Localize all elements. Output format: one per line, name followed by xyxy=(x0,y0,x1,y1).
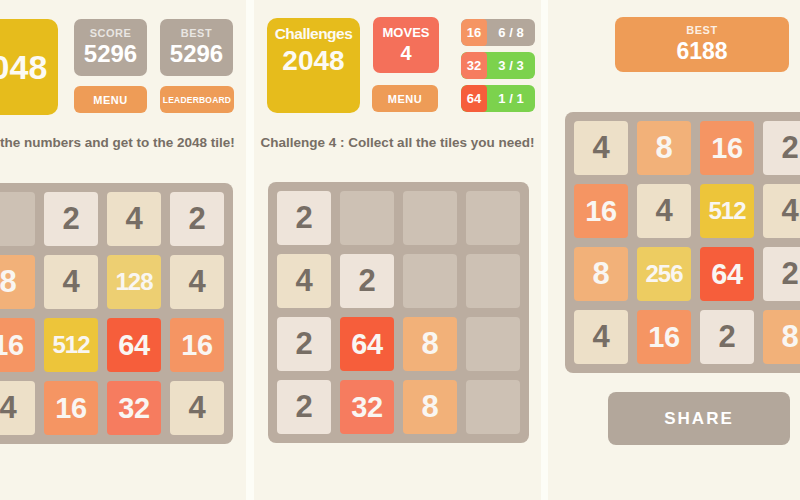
tile-64: 64 xyxy=(700,247,754,301)
challenge-tile-chip-16: 16 xyxy=(461,19,487,46)
logo-challenges-tile: Challenges 2048 xyxy=(267,18,360,113)
challenge-progress-16: 6 / 8 xyxy=(487,25,535,40)
tile-4: 4 xyxy=(574,121,628,175)
tile-128: 128 xyxy=(107,255,161,309)
tile-32: 32 xyxy=(340,380,394,434)
tile-4: 4 xyxy=(763,184,800,238)
challenge-tile-chip-32: 32 xyxy=(461,52,487,79)
score-label: SCORE xyxy=(90,27,132,39)
empty-cell xyxy=(340,191,394,245)
tile-8: 8 xyxy=(637,121,691,175)
tile-4: 4 xyxy=(107,192,161,246)
empty-cell xyxy=(403,254,457,308)
score-box: SCORE 5296 xyxy=(74,19,147,76)
panel-classic-game: 2048 SCORE 5296 BEST 5296 MENU LEADERBOA… xyxy=(0,0,246,500)
tile-4: 4 xyxy=(170,381,224,435)
empty-cell xyxy=(466,380,520,434)
best-value: 5296 xyxy=(170,40,223,68)
tile-2: 2 xyxy=(44,192,98,246)
empty-cell xyxy=(466,191,520,245)
tile-16: 16 xyxy=(574,184,628,238)
challenge-tile-chip-64: 64 xyxy=(461,85,487,112)
tile-256: 256 xyxy=(637,247,691,301)
menu-button[interactable]: MENU xyxy=(74,86,147,113)
logo-2048-tile: 2048 xyxy=(0,19,58,115)
tile-16: 16 xyxy=(44,381,98,435)
moves-label: MOVES xyxy=(383,25,430,40)
challenges-logo-value: 2048 xyxy=(282,45,344,77)
tile-4: 4 xyxy=(44,255,98,309)
tile-8: 8 xyxy=(0,255,35,309)
tile-4: 4 xyxy=(0,381,35,435)
tile-512: 512 xyxy=(700,184,754,238)
tile-2: 2 xyxy=(763,247,800,301)
best-label: BEST xyxy=(686,24,717,36)
share-button[interactable]: SHARE xyxy=(608,392,790,445)
challenge-badge-16: 16 6 / 8 xyxy=(461,19,535,46)
board-challenges[interactable]: 24226482328 xyxy=(268,182,529,443)
tile-64: 64 xyxy=(107,318,161,372)
challenge-badge-32: 32 3 / 3 xyxy=(461,52,535,79)
tile-16: 16 xyxy=(170,318,224,372)
menu-button[interactable]: MENU xyxy=(372,85,438,112)
tile-16: 16 xyxy=(700,121,754,175)
empty-cell xyxy=(466,254,520,308)
moves-value: 4 xyxy=(400,42,411,65)
best-box: BEST 5296 xyxy=(160,19,233,76)
tile-16: 16 xyxy=(637,310,691,364)
panel-challenges-game: Challenges 2048 MOVES 4 MENU 16 6 / 8 32… xyxy=(254,0,541,500)
tile-16: 16 xyxy=(0,318,35,372)
empty-cell xyxy=(0,192,35,246)
tile-8: 8 xyxy=(403,317,457,371)
tile-2: 2 xyxy=(277,380,331,434)
logo-text: 2048 xyxy=(0,48,47,87)
tile-2: 2 xyxy=(277,191,331,245)
tile-4: 4 xyxy=(574,310,628,364)
tile-64: 64 xyxy=(340,317,394,371)
tile-8: 8 xyxy=(763,310,800,364)
best-label: BEST xyxy=(181,27,212,39)
game-subtitle: the numbers and get to the 2048 tile! xyxy=(0,135,235,150)
board-classic[interactable]: 242841284165126416416324 xyxy=(0,183,233,444)
tile-2: 2 xyxy=(340,254,394,308)
challenge-progress-32: 3 / 3 xyxy=(487,58,535,73)
challenge-progress-64: 1 / 1 xyxy=(487,91,535,106)
board-best[interactable]: 481621645124825664241628 xyxy=(565,112,800,373)
tile-8: 8 xyxy=(574,247,628,301)
tile-4: 4 xyxy=(277,254,331,308)
tile-8: 8 xyxy=(403,380,457,434)
challenges-logo-title: Challenges xyxy=(275,25,353,43)
leaderboard-button[interactable]: LEADERBOARD xyxy=(160,86,234,113)
score-value: 5296 xyxy=(84,40,137,68)
tile-2: 2 xyxy=(700,310,754,364)
empty-cell xyxy=(403,191,457,245)
moves-box: MOVES 4 xyxy=(373,17,439,73)
empty-cell xyxy=(466,317,520,371)
tile-2: 2 xyxy=(763,121,800,175)
challenge-subtitle: Challenge 4 : Collect all the tiles you … xyxy=(254,135,541,150)
tile-32: 32 xyxy=(107,381,161,435)
tile-4: 4 xyxy=(170,255,224,309)
best-value: 6188 xyxy=(676,38,727,65)
challenge-badge-64: 64 1 / 1 xyxy=(461,85,535,112)
tile-2: 2 xyxy=(170,192,224,246)
tile-4: 4 xyxy=(637,184,691,238)
tile-2: 2 xyxy=(277,317,331,371)
tile-512: 512 xyxy=(44,318,98,372)
panel-best-share: BEST 6188 481621645124825664241628 SHARE xyxy=(548,0,800,500)
best-score-box: BEST 6188 xyxy=(615,17,789,72)
